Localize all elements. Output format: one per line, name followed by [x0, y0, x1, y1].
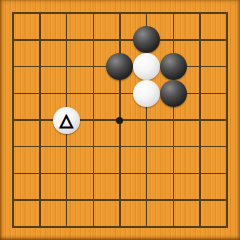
intersection-h8[interactable]	[187, 187, 213, 213]
intersection-h6[interactable]	[187, 134, 213, 160]
intersection-d4[interactable]	[80, 80, 106, 107]
intersection-c6[interactable]	[53, 134, 80, 160]
intersection-b6[interactable]	[26, 134, 52, 160]
intersection-g5[interactable]	[160, 107, 187, 134]
intersection-e6[interactable]	[106, 134, 133, 160]
intersection-g2[interactable]	[160, 26, 187, 53]
intersection-b1[interactable]	[26, 0, 52, 26]
intersection-b2[interactable]	[26, 26, 52, 53]
intersection-e2[interactable]	[106, 26, 133, 53]
intersection-i6[interactable]	[214, 134, 240, 160]
intersection-a5[interactable]	[0, 107, 26, 134]
intersection-a1[interactable]	[0, 0, 26, 26]
intersection-d5[interactable]	[80, 107, 106, 134]
intersection-c7[interactable]	[53, 161, 80, 187]
intersection-f6[interactable]	[133, 134, 160, 160]
intersection-e9[interactable]	[106, 214, 133, 240]
intersection-c2[interactable]	[53, 26, 80, 53]
intersection-a2[interactable]	[0, 26, 26, 53]
intersection-c1[interactable]	[53, 0, 80, 26]
intersection-e8[interactable]	[106, 187, 133, 213]
intersection-g9[interactable]	[160, 214, 187, 240]
intersection-a4[interactable]	[0, 80, 26, 107]
intersection-f5[interactable]	[133, 107, 160, 134]
intersection-b3[interactable]	[26, 53, 52, 80]
intersection-b7[interactable]	[26, 161, 52, 187]
intersection-h3[interactable]	[187, 53, 213, 80]
intersection-c4[interactable]	[53, 80, 80, 107]
go-board-screen: △	[0, 0, 240, 240]
intersection-a6[interactable]	[0, 134, 26, 160]
intersection-g1[interactable]	[160, 0, 187, 26]
intersection-c8[interactable]	[53, 187, 80, 213]
intersection-h7[interactable]	[187, 161, 213, 187]
triangle-mark-icon: △	[53, 107, 80, 134]
intersection-b8[interactable]	[26, 187, 52, 213]
intersection-f9[interactable]	[133, 214, 160, 240]
intersection-h2[interactable]	[187, 26, 213, 53]
intersection-d9[interactable]	[80, 214, 106, 240]
intersection-h4[interactable]	[187, 80, 213, 107]
intersection-f7[interactable]	[133, 161, 160, 187]
intersection-c9[interactable]	[53, 214, 80, 240]
intersection-d7[interactable]	[80, 161, 106, 187]
intersection-g8[interactable]	[160, 187, 187, 213]
intersection-d8[interactable]	[80, 187, 106, 213]
intersection-f8[interactable]	[133, 187, 160, 213]
intersection-i5[interactable]	[214, 107, 240, 134]
intersection-a7[interactable]	[0, 161, 26, 187]
intersection-b4[interactable]	[26, 80, 52, 107]
intersection-d1[interactable]	[80, 0, 106, 26]
intersection-d2[interactable]	[80, 26, 106, 53]
intersection-d6[interactable]	[80, 134, 106, 160]
intersection-e1[interactable]	[106, 0, 133, 26]
white-stone-marked: △	[53, 107, 80, 134]
intersection-i8[interactable]	[214, 187, 240, 213]
intersection-b9[interactable]	[26, 214, 52, 240]
intersection-h5[interactable]	[187, 107, 213, 134]
intersection-b5[interactable]	[26, 107, 52, 134]
intersection-g6[interactable]	[160, 134, 187, 160]
intersection-c3[interactable]	[53, 53, 80, 80]
go-board[interactable]: △	[0, 0, 240, 240]
intersection-a8[interactable]	[0, 187, 26, 213]
intersection-h9[interactable]	[187, 214, 213, 240]
intersection-i4[interactable]	[214, 80, 240, 107]
intersection-i7[interactable]	[214, 161, 240, 187]
stones-grid: △	[0, 0, 240, 240]
intersection-f1[interactable]	[133, 0, 160, 26]
intersection-a9[interactable]	[0, 214, 26, 240]
intersection-i2[interactable]	[214, 26, 240, 53]
intersection-i9[interactable]	[214, 214, 240, 240]
intersection-i1[interactable]	[214, 0, 240, 26]
intersection-a3[interactable]	[0, 53, 26, 80]
intersection-e4[interactable]	[106, 80, 133, 107]
intersection-h1[interactable]	[187, 0, 213, 26]
intersection-d3[interactable]	[80, 53, 106, 80]
intersection-g7[interactable]	[160, 161, 187, 187]
intersection-e7[interactable]	[106, 161, 133, 187]
intersection-i3[interactable]	[214, 53, 240, 80]
